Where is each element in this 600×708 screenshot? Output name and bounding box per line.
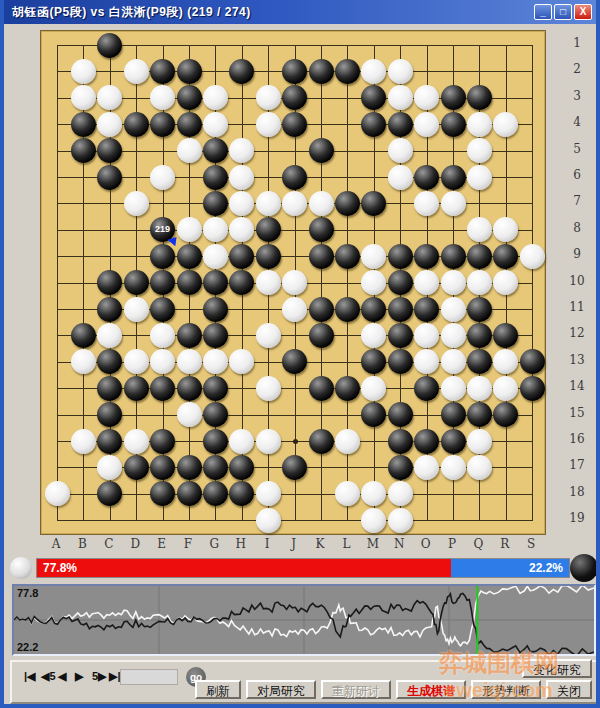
white-stone-I3 xyxy=(256,85,281,110)
black-stone-H18 xyxy=(229,481,254,506)
black-stone-N4 xyxy=(388,112,413,137)
black-stone-L9 xyxy=(335,244,360,269)
black-stone-C10 xyxy=(97,270,122,295)
white-stone-C4 xyxy=(97,112,122,137)
black-stone-K11 xyxy=(309,297,334,322)
black-stone-P9 xyxy=(441,244,466,269)
black-stone-G12 xyxy=(203,323,228,348)
white-stone-L16 xyxy=(335,429,360,454)
black-stone-G11 xyxy=(203,297,228,322)
row-label-4: 4 xyxy=(564,115,590,129)
action-buttons: 刷新对局研究重新研讨生成棋谱形势判断关闭 xyxy=(195,680,592,699)
row-label-2: 2 xyxy=(564,62,590,76)
row-label-6: 6 xyxy=(564,168,590,182)
white-stone-F8 xyxy=(177,217,202,242)
black-stone-N13 xyxy=(388,349,413,374)
white-stone-D16 xyxy=(124,429,149,454)
black-stone-C11 xyxy=(97,297,122,322)
black-stone-H10 xyxy=(229,270,254,295)
black-stone-K12 xyxy=(309,323,334,348)
white-stone-I19 xyxy=(256,508,281,533)
row-label-14: 14 xyxy=(564,379,590,393)
title-bar[interactable]: 胡钰函(P5段) vs 白洪淅(P9段) (219 / 274) _ □ X xyxy=(4,0,596,24)
first-move-button[interactable]: |◀ xyxy=(24,670,36,683)
white-stone-N2 xyxy=(388,59,413,84)
black-stone-L7 xyxy=(335,191,360,216)
black-stone-Q3 xyxy=(467,85,492,110)
black-stone-E16 xyxy=(150,429,175,454)
col-label-A: A xyxy=(46,537,66,551)
row-label-17: 17 xyxy=(564,458,590,472)
white-stone-H7 xyxy=(229,191,254,216)
white-stone-Q8 xyxy=(467,217,492,242)
col-label-H: H xyxy=(231,537,251,551)
black-stone-P3 xyxy=(441,85,466,110)
white-stone-M12 xyxy=(361,323,386,348)
black-stone-O16 xyxy=(414,429,439,454)
col-label-G: G xyxy=(204,537,224,551)
black-stone-M11 xyxy=(361,297,386,322)
black-stone-L14 xyxy=(335,376,360,401)
white-stone-M14 xyxy=(361,376,386,401)
graph-top-label: 77.8 xyxy=(17,587,38,599)
black-stone-J13 xyxy=(282,349,307,374)
white-stone-G9 xyxy=(203,244,228,269)
white-stone-M10 xyxy=(361,270,386,295)
row-label-3: 3 xyxy=(564,89,590,103)
row-label-16: 16 xyxy=(564,432,590,446)
black-stone-C16 xyxy=(97,429,122,454)
white-stone-H13 xyxy=(229,349,254,374)
white-stone-Q6 xyxy=(467,165,492,190)
black-stone-L2 xyxy=(335,59,360,84)
black-stone-F9 xyxy=(177,244,202,269)
black-stone-N12 xyxy=(388,323,413,348)
white-stone-E12 xyxy=(150,323,175,348)
white-stone-P11 xyxy=(441,297,466,322)
game-research-button[interactable]: 对局研究 xyxy=(246,680,316,699)
row-label-19: 19 xyxy=(564,511,590,525)
black-stone-G15 xyxy=(203,402,228,427)
black-stone-E9 xyxy=(150,244,175,269)
black-stone-B5 xyxy=(71,138,96,163)
white-stone-M9 xyxy=(361,244,386,269)
maximize-button[interactable]: □ xyxy=(554,4,572,20)
row-label-8: 8 xyxy=(564,221,590,235)
col-label-B: B xyxy=(72,537,92,551)
black-stone-F10 xyxy=(177,270,202,295)
last-move-stone: 219 xyxy=(150,217,175,242)
black-stone-G7 xyxy=(203,191,228,216)
white-stone-D2 xyxy=(124,59,149,84)
black-stone-E2 xyxy=(150,59,175,84)
white-stone-O12 xyxy=(414,323,439,348)
black-stone-F3 xyxy=(177,85,202,110)
white-stone-I18 xyxy=(256,481,281,506)
white-stone-E3 xyxy=(150,85,175,110)
black-stone-F4 xyxy=(177,112,202,137)
black-stone-H2 xyxy=(229,59,254,84)
row-label-15: 15 xyxy=(564,406,590,420)
black-stone-Q11 xyxy=(467,297,492,322)
white-stone-O7 xyxy=(414,191,439,216)
white-stone-N19 xyxy=(388,508,413,533)
re-discuss-button: 重新研讨 xyxy=(321,680,391,699)
white-win-segment: 77.8% xyxy=(37,559,451,577)
white-stone-P12 xyxy=(441,323,466,348)
col-label-P: P xyxy=(442,537,462,551)
white-stone-O13 xyxy=(414,349,439,374)
black-win-segment: 22.2% xyxy=(451,559,569,577)
white-stone-P14 xyxy=(441,376,466,401)
white-stone-icon xyxy=(10,557,32,579)
forward-5-button[interactable]: 5▶ xyxy=(92,670,107,683)
black-stone-F2 xyxy=(177,59,202,84)
white-stone-Q17 xyxy=(467,455,492,480)
white-stone-P7 xyxy=(441,191,466,216)
black-stone-Q15 xyxy=(467,402,492,427)
white-stone-C3 xyxy=(97,85,122,110)
forward-1-button[interactable]: ▶ xyxy=(75,670,83,683)
black-stone-J2 xyxy=(282,59,307,84)
white-stone-P17 xyxy=(441,455,466,480)
win-rate-graph[interactable]: 77.8 22.2 xyxy=(12,584,596,656)
white-stone-G13 xyxy=(203,349,228,374)
white-stone-D7 xyxy=(124,191,149,216)
white-stone-G8 xyxy=(203,217,228,242)
black-stone-K16 xyxy=(309,429,334,454)
white-stone-H5 xyxy=(229,138,254,163)
white-stone-Q5 xyxy=(467,138,492,163)
white-stone-R14 xyxy=(493,376,518,401)
refresh-button[interactable]: 刷新 xyxy=(195,680,241,699)
white-stone-B2 xyxy=(71,59,96,84)
white-stone-M19 xyxy=(361,508,386,533)
white-stone-Q14 xyxy=(467,376,492,401)
black-stone-E4 xyxy=(150,112,175,137)
black-stone-M15 xyxy=(361,402,386,427)
black-stone-Q13 xyxy=(467,349,492,374)
row-label-9: 9 xyxy=(564,247,590,261)
white-stone-O10 xyxy=(414,270,439,295)
white-stone-B13 xyxy=(71,349,96,374)
white-win-label: 77.8% xyxy=(43,561,77,575)
black-stone-R9 xyxy=(493,244,518,269)
black-stone-G10 xyxy=(203,270,228,295)
black-stone-D10 xyxy=(124,270,149,295)
white-stone-I12 xyxy=(256,323,281,348)
grid-line-v xyxy=(532,45,533,521)
black-stone-N16 xyxy=(388,429,413,454)
close-button[interactable]: 关闭 xyxy=(546,680,592,699)
black-stone-C13 xyxy=(97,349,122,374)
white-stone-E13 xyxy=(150,349,175,374)
black-stone-C18 xyxy=(97,481,122,506)
black-stone-N10 xyxy=(388,270,413,295)
white-stone-A18 xyxy=(45,481,70,506)
white-stone-R8 xyxy=(493,217,518,242)
go-board[interactable]: 219 xyxy=(40,30,546,535)
row-label-5: 5 xyxy=(564,142,590,156)
black-stone-I8 xyxy=(256,217,281,242)
black-stone-G18 xyxy=(203,481,228,506)
black-stone-B12 xyxy=(71,323,96,348)
move-number-input[interactable] xyxy=(120,669,178,685)
white-stone-K7 xyxy=(309,191,334,216)
last-move-button[interactable]: ▶| xyxy=(109,670,121,683)
black-stone-K8 xyxy=(309,217,334,242)
white-stone-S9 xyxy=(520,244,545,269)
black-stone-F12 xyxy=(177,323,202,348)
white-stone-G4 xyxy=(203,112,228,137)
white-stone-C12 xyxy=(97,323,122,348)
black-stone-D4 xyxy=(124,112,149,137)
black-stone-N9 xyxy=(388,244,413,269)
back-1-button[interactable]: ◀ xyxy=(58,670,66,683)
white-stone-J11 xyxy=(282,297,307,322)
row-label-11: 11 xyxy=(564,300,590,314)
white-stone-I14 xyxy=(256,376,281,401)
white-stone-J10 xyxy=(282,270,307,295)
black-stone-G17 xyxy=(203,455,228,480)
black-stone-K9 xyxy=(309,244,334,269)
last-move-number: 219 xyxy=(155,225,170,234)
col-label-S: S xyxy=(521,537,541,551)
row-label-13: 13 xyxy=(564,353,590,367)
black-stone-G16 xyxy=(203,429,228,454)
white-stone-R10 xyxy=(493,270,518,295)
app-window: 胡钰函(P5段) vs 白洪淅(P9段) (219 / 274) _ □ X 2… xyxy=(0,0,600,708)
white-stone-H16 xyxy=(229,429,254,454)
col-label-L: L xyxy=(336,537,356,551)
black-stone-J17 xyxy=(282,455,307,480)
graph-bottom-label: 22.2 xyxy=(17,641,38,653)
white-stone-I16 xyxy=(256,429,281,454)
black-stone-M4 xyxy=(361,112,386,137)
black-stone-E18 xyxy=(150,481,175,506)
white-stone-I4 xyxy=(256,112,281,137)
white-stone-I10 xyxy=(256,270,281,295)
white-stone-E6 xyxy=(150,165,175,190)
white-stone-Q16 xyxy=(467,429,492,454)
col-label-M: M xyxy=(363,537,383,551)
col-label-Q: Q xyxy=(468,537,488,551)
black-stone-G6 xyxy=(203,165,228,190)
black-stone-E14 xyxy=(150,376,175,401)
black-stone-E10 xyxy=(150,270,175,295)
white-stone-F13 xyxy=(177,349,202,374)
minimize-button[interactable]: _ xyxy=(534,4,552,20)
white-stone-R4 xyxy=(493,112,518,137)
white-stone-F15 xyxy=(177,402,202,427)
white-stone-N6 xyxy=(388,165,413,190)
col-label-N: N xyxy=(389,537,409,551)
white-stone-G3 xyxy=(203,85,228,110)
black-stone-G5 xyxy=(203,138,228,163)
window-title: 胡钰函(P5段) vs 白洪淅(P9段) (219 / 274) xyxy=(12,4,532,21)
black-stone-N15 xyxy=(388,402,413,427)
black-stone-E17 xyxy=(150,455,175,480)
white-stone-F5 xyxy=(177,138,202,163)
black-stone-M3 xyxy=(361,85,386,110)
col-label-D: D xyxy=(125,537,145,551)
black-stone-R15 xyxy=(493,402,518,427)
black-win-label: 22.2% xyxy=(529,561,563,575)
black-stone-C6 xyxy=(97,165,122,190)
white-stone-Q4 xyxy=(467,112,492,137)
row-label-10: 10 xyxy=(564,274,590,288)
white-stone-O17 xyxy=(414,455,439,480)
black-stone-P6 xyxy=(441,165,466,190)
black-stone-J3 xyxy=(282,85,307,110)
black-stone-C5 xyxy=(97,138,122,163)
black-stone-I9 xyxy=(256,244,281,269)
black-stone-J6 xyxy=(282,165,307,190)
white-stone-N18 xyxy=(388,481,413,506)
white-stone-N5 xyxy=(388,138,413,163)
black-stone-B4 xyxy=(71,112,96,137)
black-stone-C14 xyxy=(97,376,122,401)
black-stone-D14 xyxy=(124,376,149,401)
white-stone-B3 xyxy=(71,85,96,110)
col-label-O: O xyxy=(416,537,436,551)
row-label-18: 18 xyxy=(564,485,590,499)
black-stone-F14 xyxy=(177,376,202,401)
col-label-E: E xyxy=(152,537,172,551)
black-stone-R12 xyxy=(493,323,518,348)
white-stone-O4 xyxy=(414,112,439,137)
col-label-R: R xyxy=(495,537,515,551)
black-stone-O9 xyxy=(414,244,439,269)
white-stone-Q10 xyxy=(467,270,492,295)
black-stone-Q9 xyxy=(467,244,492,269)
black-stone-Q12 xyxy=(467,323,492,348)
position-judge-button[interactable]: 形势判断 xyxy=(471,680,541,699)
black-stone-M7 xyxy=(361,191,386,216)
row-label-1: 1 xyxy=(564,36,590,50)
black-stone-P4 xyxy=(441,112,466,137)
col-label-C: C xyxy=(99,537,119,551)
white-stone-D11 xyxy=(124,297,149,322)
white-stone-R13 xyxy=(493,349,518,374)
col-label-I: I xyxy=(257,537,277,551)
black-stone-S13 xyxy=(520,349,545,374)
grid-line-h xyxy=(57,494,533,495)
white-stone-M18 xyxy=(361,481,386,506)
black-stone-K14 xyxy=(309,376,334,401)
white-stone-D13 xyxy=(124,349,149,374)
black-stone-K2 xyxy=(309,59,334,84)
black-stone-N17 xyxy=(388,455,413,480)
generate-record-button[interactable]: 生成棋谱 xyxy=(396,680,466,699)
black-stone-E11 xyxy=(150,297,175,322)
black-stone-O11 xyxy=(414,297,439,322)
white-stone-M2 xyxy=(361,59,386,84)
white-stone-C17 xyxy=(97,455,122,480)
white-stone-H8 xyxy=(229,217,254,242)
black-stone-S14 xyxy=(520,376,545,401)
white-stone-O3 xyxy=(414,85,439,110)
black-stone-P15 xyxy=(441,402,466,427)
black-stone-D17 xyxy=(124,455,149,480)
black-stone-F17 xyxy=(177,455,202,480)
white-stone-I7 xyxy=(256,191,281,216)
black-stone-G14 xyxy=(203,376,228,401)
black-stone-icon xyxy=(570,554,598,582)
white-stone-H6 xyxy=(229,165,254,190)
black-stone-O14 xyxy=(414,376,439,401)
win-rate-bar: 77.8% 22.2% xyxy=(10,556,598,580)
graph-canvas xyxy=(14,586,594,654)
white-stone-N3 xyxy=(388,85,413,110)
row-label-7: 7 xyxy=(564,194,590,208)
black-stone-O6 xyxy=(414,165,439,190)
white-stone-L18 xyxy=(335,481,360,506)
col-label-K: K xyxy=(310,537,330,551)
black-stone-H9 xyxy=(229,244,254,269)
black-stone-L11 xyxy=(335,297,360,322)
col-label-F: F xyxy=(178,537,198,551)
close-icon[interactable]: X xyxy=(574,4,592,20)
row-label-12: 12 xyxy=(564,326,590,340)
black-stone-P16 xyxy=(441,429,466,454)
white-stone-B16 xyxy=(71,429,96,454)
col-label-J: J xyxy=(284,537,304,551)
black-stone-F18 xyxy=(177,481,202,506)
black-stone-C1 xyxy=(97,33,122,58)
black-stone-J4 xyxy=(282,112,307,137)
grid-line-h xyxy=(57,520,533,521)
star-point xyxy=(293,439,298,444)
white-stone-P10 xyxy=(441,270,466,295)
black-stone-C15 xyxy=(97,402,122,427)
black-stone-H17 xyxy=(229,455,254,480)
control-panel: |◀◀5◀▶5▶▶| go 变化研究 刷新对局研究重新研讨生成棋谱形势判断关闭 xyxy=(10,660,598,704)
black-stone-K5 xyxy=(309,138,334,163)
variation-research-button[interactable]: 变化研究 xyxy=(522,659,592,678)
back-5-button[interactable]: ◀5 xyxy=(41,670,56,683)
white-stone-P13 xyxy=(441,349,466,374)
black-stone-M13 xyxy=(361,349,386,374)
black-stone-N11 xyxy=(388,297,413,322)
white-stone-J7 xyxy=(282,191,307,216)
